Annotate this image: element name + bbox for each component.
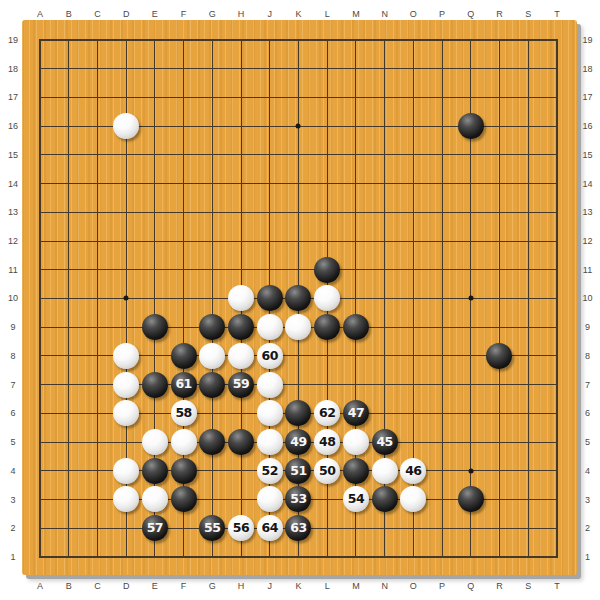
intersection-E7 [141,370,170,399]
col-label-bottom-H: H [238,581,245,591]
intersection-N5: 45 [370,428,399,457]
stone-white-J6 [257,400,283,426]
col-label-bottom-L: L [325,581,330,591]
move-number-49: 49 [290,436,306,449]
col-label-top-F: F [181,9,187,19]
move-number-51: 51 [290,465,306,478]
col-label-bottom-A: A [37,581,43,591]
intersection-E5 [141,428,170,457]
intersection-G5 [198,428,227,457]
stone-black-R8 [486,343,512,369]
row-label-right-11: 11 [583,265,592,275]
intersection-G8 [198,342,227,371]
intersection-J4: 52 [255,456,284,485]
row-label-right-16: 16 [582,121,592,131]
intersection-J3 [255,485,284,514]
stone-white-J7 [257,372,283,398]
row-label-left-11: 11 [8,265,17,275]
intersection-J6 [255,399,284,428]
col-label-bottom-F: F [181,581,187,591]
stone-black-G9 [199,314,225,340]
stone-white-H10 [228,285,254,311]
intersection-L4: 50 [313,456,342,485]
intersection-E4 [141,456,170,485]
row-label-left-13: 13 [8,207,18,217]
stone-white-D8 [113,343,139,369]
intersection-K4: 51 [284,456,313,485]
intersection-F3 [169,485,198,514]
stone-black-E9 [142,314,168,340]
col-label-top-D: D [123,9,130,19]
col-label-bottom-D: D [123,581,130,591]
row-label-right-7: 7 [585,380,590,390]
stone-white-H8 [228,343,254,369]
intersection-E9 [141,313,170,342]
row-label-right-2: 2 [585,523,590,533]
intersection-J8: 60 [255,342,284,371]
row-label-left-10: 10 [8,293,18,303]
stone-white-D6 [113,400,139,426]
intersection-Q3 [456,485,485,514]
stone-black-E7 [142,372,168,398]
stone-black-L9 [314,314,340,340]
row-label-left-5: 5 [10,437,15,447]
stone-white-G8 [199,343,225,369]
intersection-O4: 46 [399,456,428,485]
stone-black-K2: 63 [285,515,311,541]
col-label-bottom-R: R [496,581,503,591]
col-label-top-C: C [94,9,101,19]
stone-black-K3: 53 [285,486,311,512]
col-label-top-P: P [439,9,445,19]
row-label-left-15: 15 [8,150,18,160]
intersection-K10 [284,284,313,313]
stone-black-L11 [314,257,340,283]
intersection-D8 [112,342,141,371]
row-label-left-4: 4 [10,466,15,476]
move-number-46: 46 [405,465,421,478]
intersection-E2: 57 [141,514,170,543]
intersection-L5: 48 [313,428,342,457]
intersection-F7: 61 [169,370,198,399]
intersection-K5: 49 [284,428,313,457]
intersection-M9 [342,313,371,342]
intersection-D4 [112,456,141,485]
intersection-L6: 62 [313,399,342,428]
row-label-left-12: 12 [8,236,18,246]
stone-white-F5 [171,429,197,455]
stone-black-N5: 45 [372,429,398,455]
intersection-G9 [198,313,227,342]
stone-black-Q16 [458,113,484,139]
row-label-right-14: 14 [582,179,592,189]
stone-white-L6: 62 [314,400,340,426]
stone-white-H2: 56 [228,515,254,541]
col-label-bottom-B: B [66,581,72,591]
move-number-53: 53 [290,493,306,506]
stone-white-F6: 58 [171,400,197,426]
col-label-bottom-N: N [381,581,388,591]
intersection-L10 [313,284,342,313]
row-label-right-5: 5 [585,437,590,447]
row-label-right-15: 15 [582,150,592,160]
stone-black-K6 [285,400,311,426]
intersection-H9 [227,313,256,342]
stone-white-J9 [257,314,283,340]
stone-black-H9 [228,314,254,340]
intersection-J2: 64 [255,514,284,543]
stone-black-K4: 51 [285,458,311,484]
col-label-top-L: L [325,9,330,19]
intersection-G2: 55 [198,514,227,543]
col-label-bottom-K: K [295,581,301,591]
row-label-left-17: 17 [8,92,18,102]
col-label-top-K: K [295,9,301,19]
intersection-J5 [255,428,284,457]
stone-white-D3 [113,486,139,512]
row-label-right-13: 13 [582,207,592,217]
col-label-top-M: M [352,9,360,19]
row-label-right-4: 4 [585,466,590,476]
intersection-M4 [342,456,371,485]
col-label-bottom-G: G [209,581,216,591]
move-number-50: 50 [319,465,335,478]
intersection-D6 [112,399,141,428]
stone-black-F7: 61 [171,372,197,398]
stone-white-J4: 52 [257,458,283,484]
move-number-48: 48 [319,436,335,449]
intersection-M5 [342,428,371,457]
row-label-left-8: 8 [10,351,15,361]
row-label-left-18: 18 [8,64,18,74]
stone-white-J5 [257,429,283,455]
intersection-F5 [169,428,198,457]
col-label-top-N: N [381,9,388,19]
go-diagram-page: AABBCCDDEEFFGGHHJJKKLLMMNNOOPPQQRRSSTT19… [0,0,600,600]
row-label-left-16: 16 [8,121,18,131]
intersection-D16 [112,112,141,141]
stones-layer: 6061595862474948455251504653545755566463 [26,26,572,572]
intersection-M3: 54 [342,485,371,514]
stone-white-L4: 50 [314,458,340,484]
move-number-52: 52 [262,465,278,478]
stone-black-G2: 55 [199,515,225,541]
col-label-top-Q: Q [467,9,474,19]
row-label-right-19: 19 [582,35,592,45]
intersection-M6: 47 [342,399,371,428]
stone-white-O4: 46 [400,458,426,484]
stone-black-M4 [343,458,369,484]
move-number-47: 47 [348,407,364,420]
intersection-F4 [169,456,198,485]
move-number-59: 59 [233,378,249,391]
row-label-right-1: 1 [585,552,590,562]
stone-black-M9 [343,314,369,340]
intersection-O3 [399,485,428,514]
intersection-H7: 59 [227,370,256,399]
intersection-J7 [255,370,284,399]
row-label-left-7: 7 [10,380,15,390]
intersection-E3 [141,485,170,514]
col-label-bottom-S: S [525,581,531,591]
row-label-left-9: 9 [10,322,15,332]
stone-black-G7 [199,372,225,398]
row-label-left-19: 19 [8,35,18,45]
move-number-58: 58 [175,407,191,420]
row-label-left-2: 2 [10,523,15,533]
row-label-right-17: 17 [582,92,592,102]
stone-white-M3: 54 [343,486,369,512]
stone-white-E5 [142,429,168,455]
intersection-Q16 [456,112,485,141]
move-number-54: 54 [348,493,364,506]
stone-black-Q3 [458,486,484,512]
stone-white-D4 [113,458,139,484]
row-label-left-6: 6 [10,408,15,418]
intersection-L9 [313,313,342,342]
intersection-K9 [284,313,313,342]
stone-black-H5 [228,429,254,455]
col-label-top-T: T [554,9,560,19]
stone-black-J10 [257,285,283,311]
intersection-R8 [485,342,514,371]
intersection-H5 [227,428,256,457]
intersection-N3 [370,485,399,514]
col-label-bottom-O: O [410,581,417,591]
stone-white-O3 [400,486,426,512]
col-label-bottom-T: T [554,581,560,591]
intersection-L11 [313,255,342,284]
stone-black-F3 [171,486,197,512]
stone-white-K9 [285,314,311,340]
move-number-62: 62 [319,407,335,420]
move-number-56: 56 [233,522,249,535]
col-label-top-S: S [525,9,531,19]
stone-white-J3 [257,486,283,512]
stone-white-J8: 60 [257,343,283,369]
stone-black-N3 [372,486,398,512]
move-number-60: 60 [262,350,278,363]
intersection-H2: 56 [227,514,256,543]
stone-white-M5 [343,429,369,455]
move-number-55: 55 [204,522,220,535]
stone-white-N4 [372,458,398,484]
intersection-K2: 63 [284,514,313,543]
row-label-left-14: 14 [8,179,18,189]
stone-black-E4 [142,458,168,484]
row-label-right-8: 8 [585,351,590,361]
col-label-bottom-P: P [439,581,445,591]
intersection-H10 [227,284,256,313]
move-number-57: 57 [147,522,163,535]
col-label-top-H: H [238,9,245,19]
intersection-G7 [198,370,227,399]
stone-black-G5 [199,429,225,455]
stone-white-D7 [113,372,139,398]
move-number-63: 63 [290,522,306,535]
row-label-right-10: 10 [582,293,592,303]
stone-white-D16 [113,113,139,139]
intersection-F6: 58 [169,399,198,428]
row-label-left-1: 1 [10,552,15,562]
row-label-right-3: 3 [585,495,590,505]
col-label-bottom-Q: Q [467,581,474,591]
move-number-45: 45 [376,436,392,449]
stone-white-L5: 48 [314,429,340,455]
intersection-K3: 53 [284,485,313,514]
col-label-bottom-J: J [268,581,273,591]
col-label-top-B: B [66,9,72,19]
move-number-61: 61 [175,378,191,391]
col-label-top-R: R [496,9,503,19]
stone-black-E2: 57 [142,515,168,541]
row-label-right-6: 6 [585,408,590,418]
intersection-D3 [112,485,141,514]
stone-white-E3 [142,486,168,512]
row-label-right-9: 9 [585,322,590,332]
intersection-F8 [169,342,198,371]
stone-black-K10 [285,285,311,311]
intersection-N4 [370,456,399,485]
col-label-bottom-M: M [352,581,360,591]
row-label-right-12: 12 [582,236,592,246]
col-label-top-G: G [209,9,216,19]
row-label-left-3: 3 [10,495,15,505]
intersection-J10 [255,284,284,313]
move-number-64: 64 [262,522,278,535]
col-label-top-O: O [410,9,417,19]
stone-black-K5: 49 [285,429,311,455]
stone-black-F4 [171,458,197,484]
col-label-bottom-C: C [94,581,101,591]
intersection-D7 [112,370,141,399]
col-label-bottom-E: E [152,581,158,591]
intersection-J9 [255,313,284,342]
col-label-top-A: A [37,9,43,19]
stone-white-J2: 64 [257,515,283,541]
intersection-K6 [284,399,313,428]
stone-black-F8 [171,343,197,369]
stone-white-L10 [314,285,340,311]
col-label-top-E: E [152,9,158,19]
stone-black-M6: 47 [343,400,369,426]
stone-black-H7: 59 [228,372,254,398]
col-label-top-J: J [268,9,273,19]
intersection-H8 [227,342,256,371]
row-label-right-18: 18 [582,64,592,74]
